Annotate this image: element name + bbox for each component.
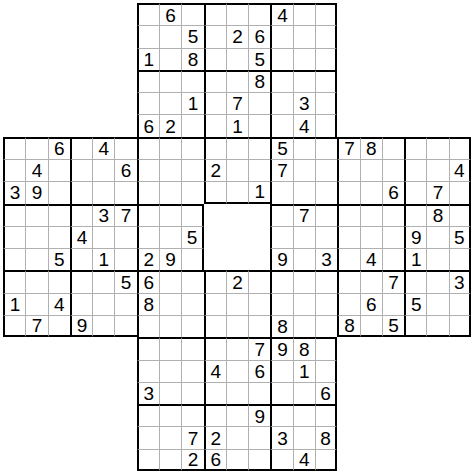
cell-r11c5[interactable]: [92, 226, 114, 248]
cell-r8c6: 6: [114, 159, 136, 181]
cell-r9c4[interactable]: [70, 181, 92, 203]
void-cell: [226, 226, 248, 248]
cell-r12c15: 3: [315, 248, 337, 270]
cell-r7c6[interactable]: [114, 137, 136, 159]
cell-r9c2: 9: [25, 181, 47, 203]
cell-r21c13[interactable]: [270, 449, 292, 471]
void-cell: [114, 48, 136, 70]
cell-r14c4[interactable]: [70, 293, 92, 315]
void-cell: [382, 3, 404, 25]
void-cell: [3, 3, 25, 25]
cell-r11c15[interactable]: [315, 226, 337, 248]
void-cell: [449, 48, 471, 70]
cell-r14c8[interactable]: [159, 293, 181, 315]
cell-r9c17[interactable]: [360, 181, 382, 203]
cell-r9c8[interactable]: [159, 181, 181, 203]
void-cell: [204, 248, 226, 270]
cell-r8c11[interactable]: [226, 159, 248, 181]
cell-r10c5: 3: [92, 204, 114, 226]
cell-r7c15[interactable]: [315, 137, 337, 159]
cell-r15c1[interactable]: [3, 315, 25, 337]
cell-r5c10[interactable]: [204, 92, 226, 114]
cell-r8c1[interactable]: [3, 159, 25, 181]
cell-r9c19[interactable]: [404, 181, 426, 203]
cell-r11c3[interactable]: [48, 226, 70, 248]
cell-r10c4[interactable]: [70, 204, 92, 226]
void-cell: [25, 92, 47, 114]
cell-r15c10[interactable]: [204, 315, 226, 337]
cell-r18c11[interactable]: [226, 382, 248, 404]
cell-r9c10[interactable]: [204, 181, 226, 203]
void-cell: [337, 337, 359, 359]
cell-r2c14[interactable]: [293, 25, 315, 47]
cell-r18c13[interactable]: [270, 382, 292, 404]
cell-r17c15[interactable]: [315, 360, 337, 382]
cell-r11c17[interactable]: [360, 226, 382, 248]
cell-r14c7: 8: [137, 293, 159, 315]
void-cell: [114, 92, 136, 114]
void-cell: [449, 3, 471, 25]
cell-r14c17: 6: [360, 293, 382, 315]
cell-r8c17[interactable]: [360, 159, 382, 181]
cell-r8c19[interactable]: [404, 159, 426, 181]
cell-r8c16[interactable]: [337, 159, 359, 181]
cell-r9c21[interactable]: [449, 181, 471, 203]
cell-r3c8[interactable]: [159, 48, 181, 70]
cell-r3c10[interactable]: [204, 48, 226, 70]
cell-r1c15[interactable]: [315, 3, 337, 25]
cell-r12c21[interactable]: [449, 248, 471, 270]
void-cell: [3, 25, 25, 47]
void-cell: [48, 114, 70, 136]
cell-r19c11[interactable]: [226, 404, 248, 426]
void-cell: [70, 3, 92, 25]
cell-r21c11[interactable]: [226, 449, 248, 471]
cell-r2c8[interactable]: [159, 25, 181, 47]
cell-r9c15[interactable]: [315, 181, 337, 203]
cell-r8c18[interactable]: [382, 159, 404, 181]
cell-r12c19: 1: [404, 248, 426, 270]
void-cell: [70, 25, 92, 47]
cell-r5c8[interactable]: [159, 92, 181, 114]
cell-r12c16[interactable]: [337, 248, 359, 270]
cell-r6c9[interactable]: [181, 114, 203, 136]
void-cell: [25, 3, 47, 25]
cell-r11c7[interactable]: [137, 226, 159, 248]
void-cell: [449, 382, 471, 404]
cell-r9c5[interactable]: [92, 181, 114, 203]
cell-r11c2[interactable]: [25, 226, 47, 248]
cell-r5c13[interactable]: [270, 92, 292, 114]
cell-r15c14[interactable]: [293, 315, 315, 337]
cell-r4c14[interactable]: [293, 70, 315, 92]
void-cell: [226, 248, 248, 270]
cell-r7c4[interactable]: [70, 137, 92, 159]
cell-r17c9[interactable]: [181, 360, 203, 382]
cell-r10c19[interactable]: [404, 204, 426, 226]
cell-r2c7[interactable]: [137, 25, 159, 47]
cell-r3c7: 1: [137, 48, 159, 70]
cell-r13c5[interactable]: [92, 270, 114, 292]
cell-r18c7: 3: [137, 382, 159, 404]
cell-r14c13[interactable]: [270, 293, 292, 315]
cell-r4c9[interactable]: [181, 70, 203, 92]
cell-r16c9[interactable]: [181, 337, 203, 359]
cell-r14c11[interactable]: [226, 293, 248, 315]
cell-r12c6[interactable]: [114, 248, 136, 270]
void-cell: [360, 70, 382, 92]
cell-r4c7[interactable]: [137, 70, 159, 92]
void-cell: [70, 70, 92, 92]
cell-r7c18[interactable]: [382, 137, 404, 159]
void-cell: [114, 3, 136, 25]
cell-r14c14[interactable]: [293, 293, 315, 315]
cell-r7c10[interactable]: [204, 137, 226, 159]
cell-r1c7[interactable]: [137, 3, 159, 25]
cell-r6c10[interactable]: [204, 114, 226, 136]
cell-r2c15[interactable]: [315, 25, 337, 47]
cell-r21c10: 6: [204, 449, 226, 471]
void-cell: [25, 25, 47, 47]
cell-r17c7[interactable]: [137, 360, 159, 382]
cell-r12c4[interactable]: [70, 248, 92, 270]
void-cell: [204, 204, 226, 226]
cell-r8c7[interactable]: [137, 159, 159, 181]
cell-r16c10[interactable]: [204, 337, 226, 359]
void-cell: [337, 404, 359, 426]
cell-r10c17[interactable]: [360, 204, 382, 226]
cell-r1c11[interactable]: [226, 3, 248, 25]
void-cell: [449, 337, 471, 359]
cell-r7c2[interactable]: [25, 137, 47, 159]
cell-r12c18[interactable]: [382, 248, 404, 270]
cell-r11c20[interactable]: [426, 226, 448, 248]
cell-r18c9[interactable]: [181, 382, 203, 404]
cell-r20c14[interactable]: [293, 426, 315, 448]
cell-r7c1[interactable]: [3, 137, 25, 159]
void-cell: [70, 382, 92, 404]
cell-r12c1[interactable]: [3, 248, 25, 270]
void-cell: [382, 70, 404, 92]
void-cell: [404, 25, 426, 47]
cell-r9c13[interactable]: [270, 181, 292, 203]
void-cell: [337, 25, 359, 47]
cell-r11c6[interactable]: [114, 226, 136, 248]
cell-r7c21[interactable]: [449, 137, 471, 159]
cell-r14c18[interactable]: [382, 293, 404, 315]
cell-r16c13: 9: [270, 337, 292, 359]
cell-r8c14[interactable]: [293, 159, 315, 181]
cell-r13c4[interactable]: [70, 270, 92, 292]
cell-r20c12[interactable]: [248, 426, 270, 448]
cell-r11c1[interactable]: [3, 226, 25, 248]
cell-r19c13[interactable]: [270, 404, 292, 426]
cell-r11c8[interactable]: [159, 226, 181, 248]
cell-r15c5[interactable]: [92, 315, 114, 337]
cell-r15c6[interactable]: [114, 315, 136, 337]
cell-r15c17[interactable]: [360, 315, 382, 337]
cell-r15c11[interactable]: [226, 315, 248, 337]
cell-r13c9[interactable]: [181, 270, 203, 292]
cell-r12c8: 9: [159, 248, 181, 270]
cell-r13c20[interactable]: [426, 270, 448, 292]
cell-r10c16[interactable]: [337, 204, 359, 226]
cell-r13c8[interactable]: [159, 270, 181, 292]
cell-r3c14[interactable]: [293, 48, 315, 70]
cell-r15c18: 5: [382, 315, 404, 337]
cell-r21c8[interactable]: [159, 449, 181, 471]
cell-r4c13[interactable]: [270, 70, 292, 92]
cell-r7c9[interactable]: [181, 137, 203, 159]
cell-r4c11[interactable]: [226, 70, 248, 92]
void-cell: [114, 114, 136, 136]
cell-r18c12[interactable]: [248, 382, 270, 404]
cell-r5c11: 7: [226, 92, 248, 114]
cell-r13c1[interactable]: [3, 270, 25, 292]
cell-r19c9[interactable]: [181, 404, 203, 426]
cell-r15c15[interactable]: [315, 315, 337, 337]
cell-r18c8[interactable]: [159, 382, 181, 404]
cell-r8c12[interactable]: [248, 159, 270, 181]
cell-r6c15[interactable]: [315, 114, 337, 136]
cell-r12c20[interactable]: [426, 248, 448, 270]
cell-r8c5[interactable]: [92, 159, 114, 181]
cell-r15c7[interactable]: [137, 315, 159, 337]
cell-r19c15[interactable]: [315, 404, 337, 426]
cell-r6c7: 6: [137, 114, 159, 136]
cell-r1c9[interactable]: [181, 3, 203, 25]
cell-r15c3[interactable]: [48, 315, 70, 337]
cell-r10c13[interactable]: [270, 204, 292, 226]
cell-r20c8[interactable]: [159, 426, 181, 448]
void-cell: [449, 426, 471, 448]
cell-r6c12[interactable]: [248, 114, 270, 136]
cell-r12c2[interactable]: [25, 248, 47, 270]
cell-r19c14[interactable]: [293, 404, 315, 426]
cell-r16c11[interactable]: [226, 337, 248, 359]
cell-r3c11[interactable]: [226, 48, 248, 70]
cell-r11c13[interactable]: [270, 226, 292, 248]
cell-r15c21[interactable]: [449, 315, 471, 337]
cell-r14c21[interactable]: [449, 293, 471, 315]
void-cell: [337, 70, 359, 92]
cell-r1c14[interactable]: [293, 3, 315, 25]
cell-r19c8[interactable]: [159, 404, 181, 426]
cell-r7c7[interactable]: [137, 137, 159, 159]
cell-r13c12[interactable]: [248, 270, 270, 292]
cell-r1c10[interactable]: [204, 3, 226, 25]
cell-r8c4[interactable]: [70, 159, 92, 181]
cell-r14c15[interactable]: [315, 293, 337, 315]
cell-r10c3[interactable]: [48, 204, 70, 226]
void-cell: [92, 337, 114, 359]
cell-r16c15[interactable]: [315, 337, 337, 359]
void-cell: [48, 426, 70, 448]
cell-r6c8: 2: [159, 114, 181, 136]
cell-r5c12[interactable]: [248, 92, 270, 114]
void-cell: [360, 25, 382, 47]
cell-r11c16[interactable]: [337, 226, 359, 248]
cell-r18c14[interactable]: [293, 382, 315, 404]
void-cell: [70, 360, 92, 382]
void-cell: [360, 337, 382, 359]
cell-r13c16[interactable]: [337, 270, 359, 292]
cell-r10c9[interactable]: [181, 204, 203, 226]
void-cell: [426, 48, 448, 70]
cell-r10c18[interactable]: [382, 204, 404, 226]
void-cell: [404, 426, 426, 448]
cell-r6c13[interactable]: [270, 114, 292, 136]
cell-r2c10[interactable]: [204, 25, 226, 47]
cell-r7c8[interactable]: [159, 137, 181, 159]
void-cell: [426, 360, 448, 382]
cell-r5c14: 3: [293, 92, 315, 114]
cell-r21c15[interactable]: [315, 449, 337, 471]
void-cell: [337, 449, 359, 471]
cell-r7c12[interactable]: [248, 137, 270, 159]
cell-r7c16: 7: [337, 137, 359, 159]
cell-r9c11[interactable]: [226, 181, 248, 203]
cell-r5c7[interactable]: [137, 92, 159, 114]
void-cell: [25, 48, 47, 70]
cell-r14c16[interactable]: [337, 293, 359, 315]
cell-r17c12: 6: [248, 360, 270, 382]
void-cell: [449, 114, 471, 136]
void-cell: [70, 449, 92, 471]
cell-r11c14[interactable]: [293, 226, 315, 248]
cell-r7c19[interactable]: [404, 137, 426, 159]
cell-r8c8[interactable]: [159, 159, 181, 181]
cell-r10c2[interactable]: [25, 204, 47, 226]
cell-r13c7: 6: [137, 270, 159, 292]
cell-r9c14[interactable]: [293, 181, 315, 203]
void-cell: [25, 404, 47, 426]
cell-r9c3[interactable]: [48, 181, 70, 203]
void-cell: [92, 114, 114, 136]
void-cell: [337, 382, 359, 404]
void-cell: [360, 404, 382, 426]
cell-r11c18[interactable]: [382, 226, 404, 248]
cell-r9c7[interactable]: [137, 181, 159, 203]
cell-r14c20[interactable]: [426, 293, 448, 315]
cell-r8c9[interactable]: [181, 159, 203, 181]
cell-r10c15[interactable]: [315, 204, 337, 226]
cell-r14c6[interactable]: [114, 293, 136, 315]
cell-r12c3: 5: [48, 248, 70, 270]
cell-r14c3: 4: [48, 293, 70, 315]
cell-r10c7[interactable]: [137, 204, 159, 226]
cell-r7c14[interactable]: [293, 137, 315, 159]
cell-r9c16[interactable]: [337, 181, 359, 203]
cell-r3c15[interactable]: [315, 48, 337, 70]
cell-r15c8[interactable]: [159, 315, 181, 337]
cell-r13c15[interactable]: [315, 270, 337, 292]
cell-r10c1[interactable]: [3, 204, 25, 226]
void-cell: [92, 70, 114, 92]
cell-r3c13[interactable]: [270, 48, 292, 70]
sudoku-board: 6452618581736214645784627439167377845955…: [0, 0, 474, 474]
cell-r8c20[interactable]: [426, 159, 448, 181]
void-cell: [426, 382, 448, 404]
cell-r14c5[interactable]: [92, 293, 114, 315]
void-cell: [48, 449, 70, 471]
cell-r21c7[interactable]: [137, 449, 159, 471]
void-cell: [48, 92, 70, 114]
cell-r14c10[interactable]: [204, 293, 226, 315]
cell-r20c7[interactable]: [137, 426, 159, 448]
void-cell: [226, 204, 248, 226]
cell-r2c9: 5: [181, 25, 203, 47]
cell-r18c10[interactable]: [204, 382, 226, 404]
cell-r19c10[interactable]: [204, 404, 226, 426]
cell-r11c19: 9: [404, 226, 426, 248]
cell-r2c13[interactable]: [270, 25, 292, 47]
void-cell: [360, 92, 382, 114]
cell-r17c11[interactable]: [226, 360, 248, 382]
cell-r14c9[interactable]: [181, 293, 203, 315]
cell-r21c12[interactable]: [248, 449, 270, 471]
void-cell: [449, 92, 471, 114]
cell-r4c8[interactable]: [159, 70, 181, 92]
cell-r9c9[interactable]: [181, 181, 203, 203]
cell-r12c14[interactable]: [293, 248, 315, 270]
cell-r8c3[interactable]: [48, 159, 70, 181]
cell-r10c20: 8: [426, 204, 448, 226]
cell-r13c10[interactable]: [204, 270, 226, 292]
cell-r14c1: 1: [3, 293, 25, 315]
void-cell: [426, 3, 448, 25]
cell-r17c13[interactable]: [270, 360, 292, 382]
cell-r13c17[interactable]: [360, 270, 382, 292]
cell-r13c3[interactable]: [48, 270, 70, 292]
cell-r14c12[interactable]: [248, 293, 270, 315]
cell-r17c8[interactable]: [159, 360, 181, 382]
cell-r8c15[interactable]: [315, 159, 337, 181]
cell-r5c15[interactable]: [315, 92, 337, 114]
void-cell: [382, 337, 404, 359]
cell-r20c11[interactable]: [226, 426, 248, 448]
cell-r12c17: 4: [360, 248, 382, 270]
cell-r16c7[interactable]: [137, 337, 159, 359]
cell-r7c11[interactable]: [226, 137, 248, 159]
cell-r1c12[interactable]: [248, 3, 270, 25]
cell-r13c2[interactable]: [25, 270, 47, 292]
cell-r4c10[interactable]: [204, 70, 226, 92]
cell-r16c8[interactable]: [159, 337, 181, 359]
cell-r15c20[interactable]: [426, 315, 448, 337]
cell-r12c9[interactable]: [181, 248, 203, 270]
cell-r12c5: 1: [92, 248, 114, 270]
void-cell: [70, 92, 92, 114]
cell-r15c9[interactable]: [181, 315, 203, 337]
cell-r19c7[interactable]: [137, 404, 159, 426]
cell-r10c8[interactable]: [159, 204, 181, 226]
cell-r7c20[interactable]: [426, 137, 448, 159]
cell-r13c13[interactable]: [270, 270, 292, 292]
cell-r9c6[interactable]: [114, 181, 136, 203]
cell-r14c2[interactable]: [25, 293, 47, 315]
cell-r4c15[interactable]: [315, 70, 337, 92]
void-cell: [337, 360, 359, 382]
cell-r1c13: 4: [270, 3, 292, 25]
cell-r13c14[interactable]: [293, 270, 315, 292]
cell-r15c12[interactable]: [248, 315, 270, 337]
void-cell: [382, 360, 404, 382]
cell-r15c19[interactable]: [404, 315, 426, 337]
cell-r10c21[interactable]: [449, 204, 471, 226]
cell-r15c4: 9: [70, 315, 92, 337]
cell-r13c19[interactable]: [404, 270, 426, 292]
